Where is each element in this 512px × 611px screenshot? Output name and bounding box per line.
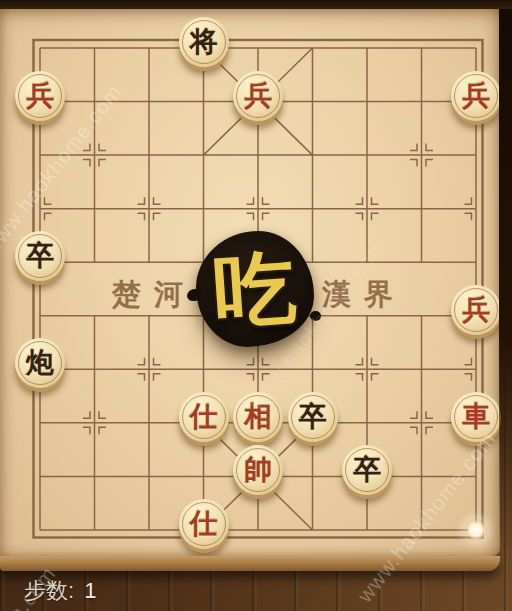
piece-glyph: 将 — [190, 28, 218, 56]
pieces-grid: 将兵兵兵卒兵炮仕相卒車帥卒仕 — [13, 21, 504, 557]
piece-glyph: 車 — [462, 403, 490, 431]
red-soldier-c-piece[interactable]: 兵 — [451, 71, 501, 121]
board-right-shadow — [499, 0, 512, 611]
red-chariot-piece[interactable]: 車 — [451, 392, 501, 442]
black-soldier-c-piece[interactable]: 卒 — [342, 445, 392, 495]
piece-glyph: 卒 — [26, 242, 54, 270]
black-cannon-piece[interactable]: 炮 — [15, 338, 65, 388]
red-soldier-d-piece[interactable]: 兵 — [451, 285, 501, 335]
piece-glyph: 相 — [244, 403, 272, 431]
black-soldier-b-piece[interactable]: 卒 — [288, 392, 338, 442]
xiangqi-board: 楚河 漢界 吃 将兵兵兵卒兵炮仕相卒車帥卒仕 — [0, 9, 500, 556]
steps-value: 1 — [84, 578, 96, 603]
steps-counter: 步数:1 — [24, 576, 96, 606]
black-soldier-a-piece[interactable]: 卒 — [15, 231, 65, 281]
piece-glyph: 兵 — [462, 82, 490, 110]
top-bar — [0, 0, 512, 9]
red-advisor-b-piece[interactable]: 仕 — [179, 499, 229, 549]
piece-glyph: 兵 — [462, 296, 490, 324]
steps-label: 步数: — [24, 578, 74, 603]
red-general-piece[interactable]: 帥 — [233, 445, 283, 495]
red-soldier-a-piece[interactable]: 兵 — [15, 71, 65, 121]
red-advisor-a-piece[interactable]: 仕 — [179, 392, 229, 442]
piece-glyph: 仕 — [190, 510, 218, 538]
red-soldier-b-piece[interactable]: 兵 — [233, 71, 283, 121]
piece-glyph: 卒 — [353, 456, 381, 484]
piece-glyph: 帥 — [244, 456, 272, 484]
red-elephant-piece[interactable]: 相 — [233, 392, 283, 442]
board-front-edge — [0, 556, 500, 571]
highlight-dot[interactable] — [465, 519, 487, 541]
piece-glyph: 卒 — [299, 403, 327, 431]
piece-glyph: 仕 — [190, 403, 218, 431]
black-general-piece[interactable]: 将 — [179, 17, 229, 67]
piece-glyph: 兵 — [244, 82, 272, 110]
piece-glyph: 兵 — [26, 82, 54, 110]
piece-glyph: 炮 — [26, 349, 54, 377]
game-screen: 楚河 漢界 吃 将兵兵兵卒兵炮仕相卒車帥卒仕 www.haokhome.com … — [0, 0, 512, 611]
